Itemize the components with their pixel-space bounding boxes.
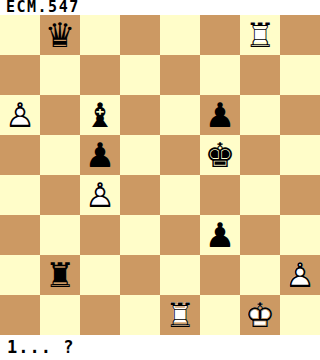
square-a2[interactable] <box>0 255 40 295</box>
square-f5[interactable]: ♚ <box>200 135 240 175</box>
square-c3[interactable] <box>80 215 120 255</box>
square-a3[interactable] <box>0 215 40 255</box>
square-f1[interactable] <box>200 295 240 335</box>
square-g1[interactable]: ♚♔ <box>240 295 280 335</box>
square-c2[interactable] <box>80 255 120 295</box>
black-king: ♚ <box>200 135 240 175</box>
square-f7[interactable] <box>200 55 240 95</box>
square-h7[interactable] <box>280 55 320 95</box>
square-a5[interactable] <box>0 135 40 175</box>
black-pawn: ♟ <box>200 215 240 255</box>
move-prompt: 1... ? <box>7 337 74 359</box>
square-d1[interactable] <box>120 295 160 335</box>
square-b1[interactable] <box>40 295 80 335</box>
square-d2[interactable] <box>120 255 160 295</box>
square-g5[interactable] <box>240 135 280 175</box>
square-e8[interactable] <box>160 15 200 55</box>
square-g6[interactable] <box>240 95 280 135</box>
square-d4[interactable] <box>120 175 160 215</box>
black-pawn: ♟ <box>200 95 240 135</box>
square-a4[interactable] <box>0 175 40 215</box>
white-rook: ♜♖ <box>240 15 280 55</box>
square-f2[interactable] <box>200 255 240 295</box>
white-pawn: ♟♙ <box>0 95 40 135</box>
square-e1[interactable]: ♜♖ <box>160 295 200 335</box>
square-b7[interactable] <box>40 55 80 95</box>
page-title: ECM.547 <box>6 0 80 15</box>
square-b5[interactable] <box>40 135 80 175</box>
square-b2[interactable]: ♜ <box>40 255 80 295</box>
square-h8[interactable] <box>280 15 320 55</box>
black-queen: ♛ <box>40 15 80 55</box>
black-bishop: ♝ <box>80 95 120 135</box>
square-a7[interactable] <box>0 55 40 95</box>
square-h1[interactable] <box>280 295 320 335</box>
square-d8[interactable] <box>120 15 160 55</box>
white-pawn: ♟♙ <box>280 255 320 295</box>
square-b4[interactable] <box>40 175 80 215</box>
square-a8[interactable] <box>0 15 40 55</box>
square-e2[interactable] <box>160 255 200 295</box>
square-b6[interactable] <box>40 95 80 135</box>
square-h3[interactable] <box>280 215 320 255</box>
square-h6[interactable] <box>280 95 320 135</box>
square-g8[interactable]: ♜♖ <box>240 15 280 55</box>
square-e4[interactable] <box>160 175 200 215</box>
square-a6[interactable]: ♟♙ <box>0 95 40 135</box>
white-rook: ♜♖ <box>160 295 200 335</box>
square-d3[interactable] <box>120 215 160 255</box>
square-c4[interactable]: ♟♙ <box>80 175 120 215</box>
square-b3[interactable] <box>40 215 80 255</box>
square-h2[interactable]: ♟♙ <box>280 255 320 295</box>
square-d7[interactable] <box>120 55 160 95</box>
square-h5[interactable] <box>280 135 320 175</box>
white-king: ♚♔ <box>240 295 280 335</box>
square-g4[interactable] <box>240 175 280 215</box>
square-g3[interactable] <box>240 215 280 255</box>
square-h4[interactable] <box>280 175 320 215</box>
square-f8[interactable] <box>200 15 240 55</box>
square-d5[interactable] <box>120 135 160 175</box>
square-f6[interactable]: ♟ <box>200 95 240 135</box>
board: ♛♜♖♟♙♝♟♟♚♟♙♟♜♟♙♜♖♚♔ <box>0 15 320 335</box>
square-b8[interactable]: ♛ <box>40 15 80 55</box>
square-c6[interactable]: ♝ <box>80 95 120 135</box>
square-f4[interactable] <box>200 175 240 215</box>
square-e5[interactable] <box>160 135 200 175</box>
black-rook: ♜ <box>40 255 80 295</box>
black-pawn: ♟ <box>80 135 120 175</box>
square-e6[interactable] <box>160 95 200 135</box>
square-f3[interactable]: ♟ <box>200 215 240 255</box>
white-pawn: ♟♙ <box>80 175 120 215</box>
square-g7[interactable] <box>240 55 280 95</box>
square-c1[interactable] <box>80 295 120 335</box>
square-c7[interactable] <box>80 55 120 95</box>
square-a1[interactable] <box>0 295 40 335</box>
square-c5[interactable]: ♟ <box>80 135 120 175</box>
square-e7[interactable] <box>160 55 200 95</box>
square-c8[interactable] <box>80 15 120 55</box>
square-d6[interactable] <box>120 95 160 135</box>
square-e3[interactable] <box>160 215 200 255</box>
square-g2[interactable] <box>240 255 280 295</box>
